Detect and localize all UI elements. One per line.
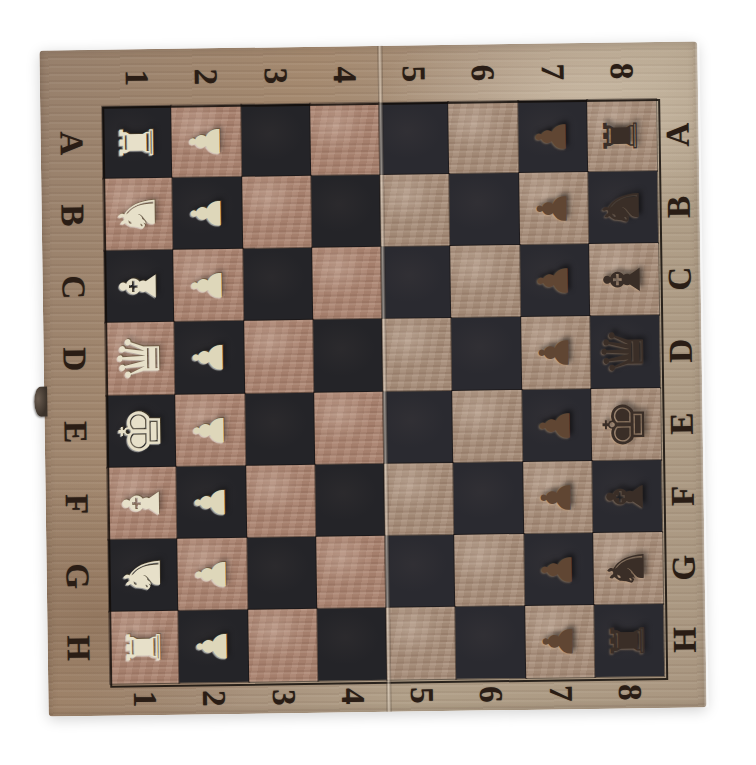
file-label-left-D: D — [38, 328, 111, 391]
black-pawn: ♟ — [533, 262, 575, 299]
rank-label-bottom-3: 3 — [267, 662, 300, 732]
file-label-right-A: A — [641, 113, 714, 156]
square-D5[interactable] — [382, 318, 452, 391]
corner-bottom-right — [664, 675, 706, 708]
white-knight: ♞ — [112, 192, 163, 238]
square-F3[interactable] — [246, 464, 316, 537]
black-pawn: ♟ — [537, 551, 579, 588]
white-pawn: ♟ — [190, 483, 232, 520]
square-G2[interactable]: ♟ — [177, 538, 247, 611]
square-D2[interactable]: ♟ — [174, 321, 244, 394]
square-F5[interactable] — [384, 463, 454, 536]
square-F2[interactable]: ♟ — [176, 465, 246, 538]
file-label-right-H: H — [648, 618, 721, 661]
square-D3[interactable] — [244, 320, 314, 393]
rank-label-top-8: 8 — [592, 36, 650, 106]
square-E7[interactable]: ♟ — [522, 388, 592, 461]
white-pawn: ♟ — [189, 411, 231, 448]
rank-label-bottom-2: 2 — [198, 663, 231, 733]
rank-label-bottom-5: 5 — [406, 661, 439, 731]
white-queen: ♛ — [110, 333, 168, 385]
square-B4[interactable] — [311, 175, 381, 248]
square-C2[interactable]: ♟ — [173, 249, 243, 322]
white-rook: ♜ — [113, 121, 160, 163]
rank-label-top-7: 7 — [523, 37, 581, 107]
file-label-right-C: C — [643, 258, 716, 301]
square-G7[interactable]: ♟ — [524, 533, 594, 606]
black-pawn: ♟ — [531, 118, 573, 155]
corner-bottom-left — [48, 684, 110, 717]
file-label-left-B: B — [36, 184, 109, 247]
square-B2[interactable]: ♟ — [172, 177, 242, 250]
file-label-left-A: A — [35, 112, 108, 175]
square-E1[interactable]: ♚ — [106, 394, 176, 467]
square-E5[interactable] — [383, 390, 453, 463]
black-pawn: ♟ — [532, 190, 574, 227]
corner-top-right — [655, 41, 698, 99]
white-bishop: ♝ — [113, 264, 164, 310]
white-rook: ♜ — [120, 626, 167, 668]
square-E2[interactable]: ♟ — [175, 393, 245, 466]
white-pawn: ♟ — [185, 123, 227, 160]
rank-label-top-2: 2 — [177, 42, 235, 112]
black-knight: ♞ — [602, 546, 653, 592]
square-B7[interactable]: ♟ — [519, 172, 589, 245]
rank-label-top-3: 3 — [246, 41, 304, 111]
rank-label-bottom-7: 7 — [544, 659, 577, 729]
file-label-right-B: B — [642, 185, 715, 228]
black-pawn: ♟ — [536, 478, 578, 515]
file-label-left-G: G — [41, 544, 114, 607]
file-label-left-F: F — [40, 472, 113, 535]
file-label-right-F: F — [646, 474, 719, 517]
square-G6[interactable] — [454, 534, 524, 607]
square-A7[interactable]: ♟ — [518, 100, 588, 173]
white-pawn: ♟ — [187, 267, 229, 304]
square-G1[interactable]: ♞ — [108, 538, 178, 611]
square-D4[interactable] — [313, 319, 383, 392]
square-B3[interactable] — [242, 176, 312, 249]
square-B6[interactable] — [449, 173, 519, 246]
photo-background: 12345678A♜♟♟♜AB♞♟♟♞BC♝♟♟♝CD♛♟♟♛DE♚♟♟♚EF♝… — [0, 0, 756, 765]
corner-top-left — [39, 50, 102, 108]
square-F4[interactable] — [315, 463, 385, 536]
square-E4[interactable] — [314, 391, 384, 464]
rank-label-top-1: 1 — [107, 43, 165, 113]
rank-label-bottom-8: 8 — [613, 658, 646, 728]
square-C6[interactable] — [450, 245, 520, 318]
black-rook: ♜ — [605, 619, 652, 661]
square-B5[interactable] — [380, 174, 450, 247]
square-A1[interactable]: ♜ — [102, 106, 172, 179]
square-D6[interactable] — [451, 317, 521, 390]
clasp-icon — [34, 387, 47, 417]
white-pawn: ♟ — [186, 195, 228, 232]
square-E3[interactable] — [245, 392, 315, 465]
square-C1[interactable]: ♝ — [104, 250, 174, 323]
black-pawn: ♟ — [534, 334, 576, 371]
rank-label-top-6: 6 — [454, 38, 512, 108]
square-G5[interactable] — [385, 535, 455, 608]
black-knight: ♞ — [597, 185, 648, 231]
chess-board: 12345678A♜♟♟♜AB♞♟♟♞BC♝♟♟♝CD♛♟♟♛DE♚♟♟♚EF♝… — [39, 41, 706, 716]
rank-label-bottom-4: 4 — [336, 661, 369, 731]
white-knight: ♞ — [117, 552, 168, 598]
file-label-right-G: G — [647, 546, 720, 589]
square-D1[interactable]: ♛ — [105, 322, 175, 395]
square-F7[interactable]: ♟ — [523, 461, 593, 534]
square-C3[interactable] — [243, 248, 313, 321]
square-G4[interactable] — [316, 536, 386, 609]
white-pawn: ♟ — [188, 339, 230, 376]
square-D7[interactable]: ♟ — [521, 316, 591, 389]
square-C4[interactable] — [312, 247, 382, 320]
file-label-left-H: H — [42, 617, 115, 680]
square-A3[interactable] — [241, 104, 311, 177]
square-A6[interactable] — [448, 101, 518, 174]
rank-label-top-4: 4 — [315, 40, 373, 110]
white-bishop: ♝ — [116, 480, 167, 526]
black-pawn: ♟ — [538, 623, 580, 660]
square-E6[interactable] — [452, 389, 522, 462]
square-F1[interactable]: ♝ — [107, 466, 177, 539]
white-king: ♚ — [111, 405, 169, 457]
black-bishop: ♝ — [601, 473, 652, 519]
square-F6[interactable] — [453, 462, 523, 535]
rank-label-bottom-6: 6 — [475, 660, 508, 730]
square-A5[interactable] — [379, 102, 449, 175]
square-A2[interactable]: ♟ — [171, 105, 241, 178]
board-grid: 12345678A♜♟♟♜AB♞♟♟♞BC♝♟♟♝CD♛♟♟♛DE♚♟♟♚EF♝… — [39, 41, 706, 716]
rank-label-top-5: 5 — [384, 39, 442, 109]
white-pawn: ♟ — [192, 628, 234, 665]
black-pawn: ♟ — [535, 406, 577, 443]
file-label-right-E: E — [645, 402, 718, 445]
file-label-right-D: D — [644, 330, 717, 373]
square-A4[interactable] — [310, 103, 380, 176]
square-C5[interactable] — [381, 246, 451, 319]
square-B1[interactable]: ♞ — [103, 178, 173, 251]
rank-label-bottom-1: 1 — [129, 664, 162, 734]
square-G3[interactable] — [247, 537, 317, 610]
file-label-left-E: E — [39, 400, 112, 463]
white-pawn: ♟ — [191, 555, 233, 592]
black-rook: ♜ — [598, 115, 645, 157]
file-label-left-C: C — [37, 256, 110, 319]
square-C7[interactable]: ♟ — [520, 244, 590, 317]
black-bishop: ♝ — [598, 257, 649, 303]
